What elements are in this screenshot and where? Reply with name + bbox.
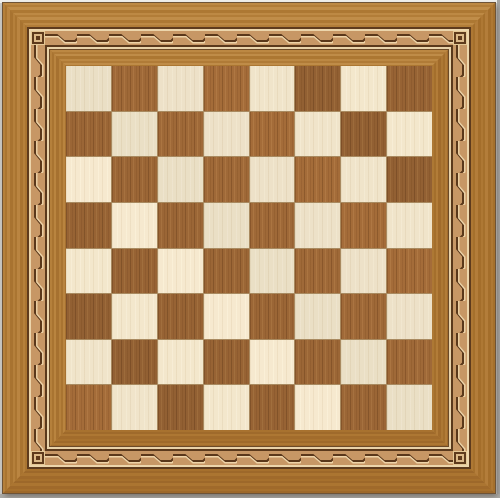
- square-h4[interactable]: [387, 249, 432, 294]
- carved-corner-bottom-right: [453, 451, 467, 465]
- square-h3[interactable]: [387, 294, 432, 339]
- square-e7[interactable]: [250, 112, 295, 157]
- square-b2[interactable]: [112, 340, 157, 385]
- square-c4[interactable]: [158, 249, 203, 294]
- square-h7[interactable]: [387, 112, 432, 157]
- square-e2[interactable]: [250, 340, 295, 385]
- square-e5[interactable]: [250, 203, 295, 248]
- square-g5[interactable]: [341, 203, 386, 248]
- carved-meander-band-top: [45, 31, 453, 45]
- square-c7[interactable]: [158, 112, 203, 157]
- square-d7[interactable]: [204, 112, 249, 157]
- square-d5[interactable]: [204, 203, 249, 248]
- outer-frame-right: [471, 3, 495, 493]
- square-a4[interactable]: [66, 249, 111, 294]
- square-h6[interactable]: [387, 157, 432, 202]
- square-f6[interactable]: [295, 157, 340, 202]
- square-h2[interactable]: [387, 340, 432, 385]
- square-h1[interactable]: [387, 385, 432, 430]
- square-a1[interactable]: [66, 385, 111, 430]
- square-g8[interactable]: [341, 66, 386, 111]
- square-f4[interactable]: [295, 249, 340, 294]
- square-a6[interactable]: [66, 157, 111, 202]
- square-c3[interactable]: [158, 294, 203, 339]
- square-g6[interactable]: [341, 157, 386, 202]
- outer-frame-left: [3, 3, 27, 493]
- carved-meander-band-left: [31, 45, 45, 451]
- square-h5[interactable]: [387, 203, 432, 248]
- carved-corner-bottom-left: [31, 451, 45, 465]
- photo-background-bottom-shadow: [0, 494, 500, 498]
- carved-corner-top-left: [31, 31, 45, 45]
- square-f7[interactable]: [295, 112, 340, 157]
- inner-frame-right: [432, 50, 448, 446]
- square-g1[interactable]: [341, 385, 386, 430]
- square-g7[interactable]: [341, 112, 386, 157]
- carved-corner-top-right: [453, 31, 467, 45]
- square-d3[interactable]: [204, 294, 249, 339]
- square-d2[interactable]: [204, 340, 249, 385]
- square-e6[interactable]: [250, 157, 295, 202]
- square-d8[interactable]: [204, 66, 249, 111]
- square-b4[interactable]: [112, 249, 157, 294]
- square-a2[interactable]: [66, 340, 111, 385]
- square-c2[interactable]: [158, 340, 203, 385]
- carved-meander-band-bottom: [45, 451, 453, 465]
- square-f8[interactable]: [295, 66, 340, 111]
- outer-frame-bottom: [3, 469, 495, 493]
- square-f2[interactable]: [295, 340, 340, 385]
- inner-frame-left: [50, 50, 66, 446]
- square-g3[interactable]: [341, 294, 386, 339]
- square-a5[interactable]: [66, 203, 111, 248]
- square-d6[interactable]: [204, 157, 249, 202]
- chessboard: [3, 3, 495, 493]
- square-b1[interactable]: [112, 385, 157, 430]
- outer-frame-top: [3, 3, 495, 27]
- square-f1[interactable]: [295, 385, 340, 430]
- playing-area: [66, 66, 432, 430]
- square-a8[interactable]: [66, 66, 111, 111]
- square-e8[interactable]: [250, 66, 295, 111]
- square-b7[interactable]: [112, 112, 157, 157]
- square-b8[interactable]: [112, 66, 157, 111]
- square-g2[interactable]: [341, 340, 386, 385]
- square-c6[interactable]: [158, 157, 203, 202]
- inner-frame-bottom: [50, 430, 448, 446]
- square-e3[interactable]: [250, 294, 295, 339]
- square-c8[interactable]: [158, 66, 203, 111]
- square-f3[interactable]: [295, 294, 340, 339]
- square-b3[interactable]: [112, 294, 157, 339]
- square-e4[interactable]: [250, 249, 295, 294]
- square-b5[interactable]: [112, 203, 157, 248]
- carved-meander-band-right: [453, 45, 467, 451]
- square-e1[interactable]: [250, 385, 295, 430]
- square-c5[interactable]: [158, 203, 203, 248]
- square-a3[interactable]: [66, 294, 111, 339]
- square-a7[interactable]: [66, 112, 111, 157]
- square-c1[interactable]: [158, 385, 203, 430]
- square-d1[interactable]: [204, 385, 249, 430]
- inner-frame-top: [50, 50, 448, 66]
- square-f5[interactable]: [295, 203, 340, 248]
- square-h8[interactable]: [387, 66, 432, 111]
- square-g4[interactable]: [341, 249, 386, 294]
- square-d4[interactable]: [204, 249, 249, 294]
- square-b6[interactable]: [112, 157, 157, 202]
